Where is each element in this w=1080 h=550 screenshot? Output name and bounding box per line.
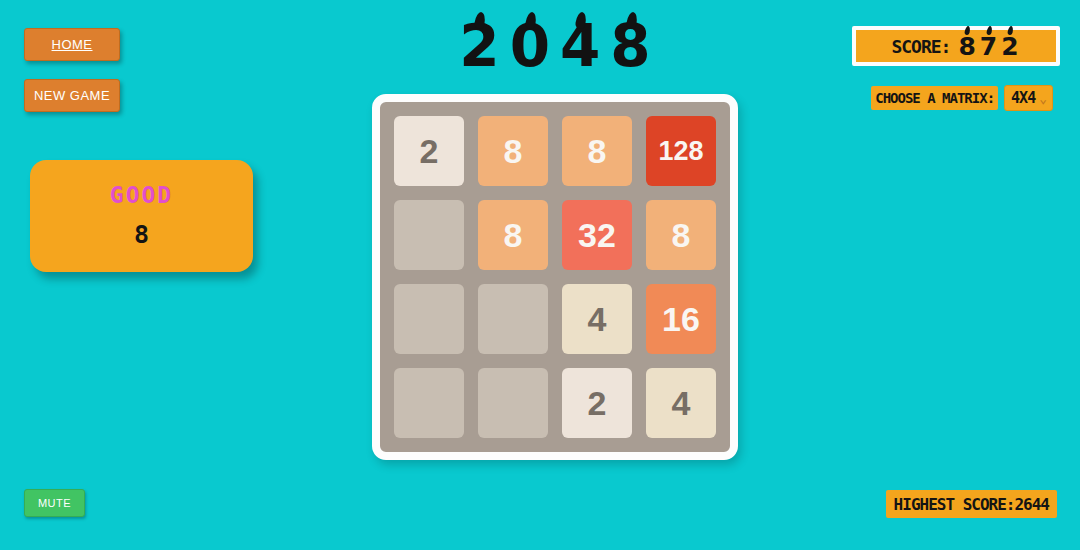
score-digit: 8 — [958, 33, 975, 61]
new-game-button-label: NEW GAME — [34, 88, 110, 103]
home-button[interactable]: HOME — [24, 28, 120, 61]
score-digit: 2 — [1001, 33, 1018, 61]
chevron-down-icon: ⌄ — [1039, 92, 1046, 105]
score-value: 872 — [956, 32, 1020, 60]
matrix-chooser: CHOOSE A MATRIX: 4X4 ⌄ — [871, 85, 1053, 111]
title-digit: 0 — [510, 6, 550, 86]
mute-button[interactable]: MUTE — [24, 489, 85, 517]
move-feedback-panel: GOOD 8 — [30, 160, 253, 272]
matrix-label: CHOOSE A MATRIX: — [871, 86, 998, 110]
matrix-select[interactable]: 4X4 ⌄ — [1004, 85, 1053, 111]
score-digit: 7 — [980, 33, 997, 61]
page-title: 2048 — [372, 6, 738, 86]
matrix-selected-value: 4X4 — [1011, 89, 1035, 107]
feedback-points: 8 — [30, 220, 253, 249]
tile-32: 32 — [562, 200, 632, 270]
feedback-word: GOOD — [30, 182, 253, 208]
title-digit: 4 — [560, 6, 600, 86]
score-label: SCORE: — [891, 36, 950, 57]
title-digit: 8 — [610, 6, 650, 86]
tile-128: 128 — [646, 116, 716, 186]
empty-cell — [394, 368, 464, 438]
tile-8: 8 — [646, 200, 716, 270]
highest-score: HIGHEST SCORE:2644 — [886, 490, 1057, 518]
tile-4: 4 — [646, 368, 716, 438]
home-button-label: HOME — [52, 37, 93, 52]
tile-2: 2 — [394, 116, 464, 186]
game-screen: HOME NEW GAME GOOD 8 2048 SCORE: 872 CHO… — [0, 0, 1080, 550]
empty-cell — [478, 368, 548, 438]
score-panel: SCORE: 872 — [852, 26, 1060, 66]
tile-4: 4 — [562, 284, 632, 354]
tile-8: 8 — [478, 200, 548, 270]
game-board[interactable]: 288128832841624 — [372, 94, 738, 460]
tile-2: 2 — [562, 368, 632, 438]
tile-8: 8 — [562, 116, 632, 186]
empty-cell — [394, 200, 464, 270]
empty-cell — [394, 284, 464, 354]
new-game-button[interactable]: NEW GAME — [24, 79, 120, 112]
title-digit: 2 — [459, 6, 499, 86]
mute-button-label: MUTE — [38, 497, 71, 509]
tile-8: 8 — [478, 116, 548, 186]
empty-cell — [478, 284, 548, 354]
tile-16: 16 — [646, 284, 716, 354]
